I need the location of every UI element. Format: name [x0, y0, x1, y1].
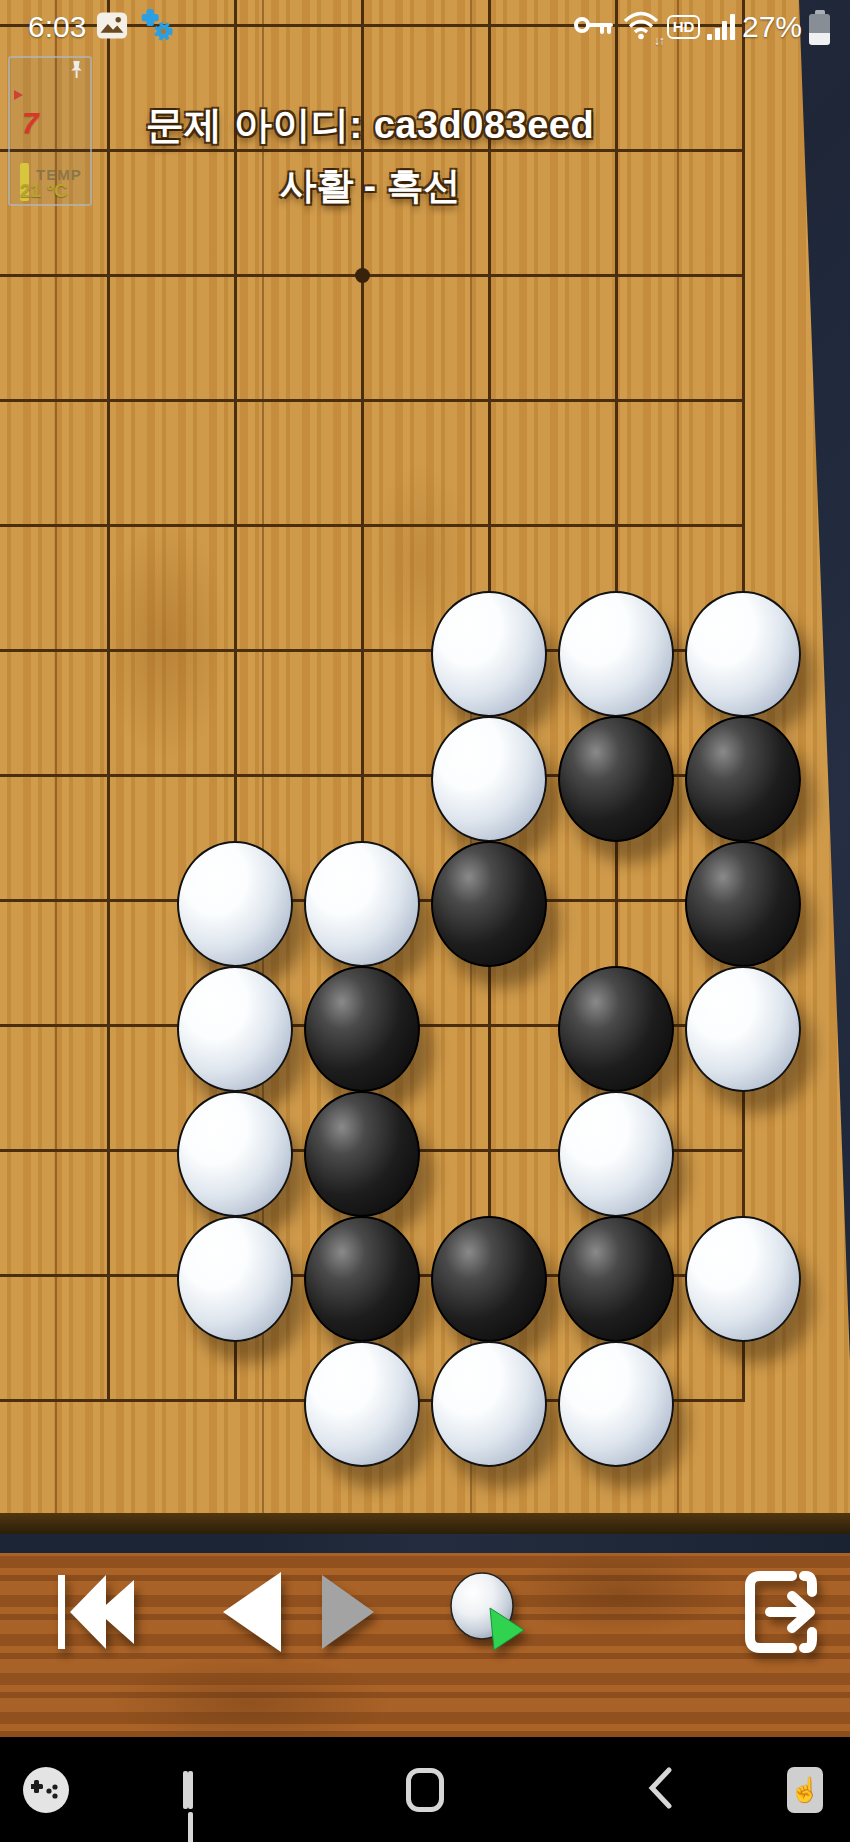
stone-black-T5 [685, 841, 801, 967]
step-back-button[interactable] [202, 1565, 298, 1661]
home-icon [406, 1768, 444, 1812]
battery-icon [809, 10, 830, 45]
stone-white-R7 [431, 591, 547, 717]
stone-white-P3 [177, 1091, 293, 1217]
gallery-icon [96, 12, 128, 43]
home-button[interactable] [390, 1737, 460, 1842]
back-chevron-icon [647, 1767, 673, 1812]
phone-screen: 문제 아이디: ca3d083eed 사활 - 흑선 7 TEMP 21 °C [0, 0, 850, 1842]
stone-white-S3 [558, 1091, 674, 1217]
stone-black-R5 [431, 841, 547, 967]
grid-hline [0, 274, 745, 277]
signal-icon [707, 14, 735, 40]
wifi-arrows: ↓↑ [654, 34, 664, 48]
star-point [355, 268, 370, 283]
stone-black-S4 [558, 966, 674, 1092]
alert-number: 7 [22, 106, 39, 140]
stone-white-R1 [431, 1341, 547, 1467]
blue-tools-icon [138, 7, 174, 47]
stone-black-S6 [558, 716, 674, 842]
back-button[interactable] [625, 1737, 695, 1842]
stone-white-P4 [177, 966, 293, 1092]
problem-type-text: 사활 - 흑선 [0, 161, 740, 211]
battery-percent-text: 27% [742, 10, 802, 44]
plank-seam [677, 0, 679, 1513]
pushpin-icon [69, 60, 84, 83]
stone-black-T6 [685, 716, 801, 842]
keyboard-switch-button[interactable]: ☝ [775, 1737, 835, 1842]
keyboard-hand-icon: ☝ [787, 1767, 823, 1813]
stone-black-Q2 [304, 1216, 420, 1342]
stone-white-P5 [177, 841, 293, 967]
game-tools-button[interactable] [16, 1737, 76, 1842]
recents-icon [183, 1771, 188, 1809]
exit-button[interactable] [732, 1565, 828, 1661]
table-gap [0, 1534, 850, 1553]
stone-white-P2 [177, 1216, 293, 1342]
alert-triangle-icon [14, 90, 23, 100]
step-forward-button[interactable] [299, 1565, 395, 1661]
problem-header: 문제 아이디: ca3d083eed 사활 - 흑선 [0, 100, 740, 211]
grid-hline [0, 399, 745, 402]
stone-white-T7 [685, 591, 801, 717]
overlay-widget[interactable]: 7 TEMP 21 °C [8, 56, 92, 206]
android-nav-bar: ☝ [0, 1737, 850, 1842]
recents-button[interactable] [150, 1737, 220, 1842]
board-edge-bevel [0, 1513, 850, 1534]
wifi-icon: ↓↑ [622, 10, 660, 44]
key-icon [573, 13, 615, 41]
app-toolbar [0, 1553, 850, 1737]
stone-black-Q3 [304, 1091, 420, 1217]
temp-value: 21 °C [20, 180, 68, 202]
grid-hline [0, 524, 745, 527]
clock-text: 6:03 [28, 10, 86, 44]
problem-id-text: 문제 아이디: ca3d083eed [0, 100, 740, 151]
game-controller-icon [23, 1767, 69, 1813]
stone-white-Q5 [304, 841, 420, 967]
play-stone-button[interactable] [442, 1565, 538, 1661]
triangle-right-icon [316, 1571, 378, 1656]
exit-arrow-icon [740, 1568, 820, 1659]
stone-black-S2 [558, 1216, 674, 1342]
stone-white-S1 [558, 1341, 674, 1467]
stone-black-R2 [431, 1216, 547, 1342]
triangle-left-icon [213, 1568, 287, 1659]
stone-white-T2 [685, 1216, 801, 1342]
plank-seam [55, 0, 57, 1513]
stone-black-Q4 [304, 966, 420, 1092]
stone-white-Q1 [304, 1341, 420, 1467]
stone-white-T4 [685, 966, 801, 1092]
status-bar: 6:03 [0, 0, 850, 55]
white-stone-green-play-icon [448, 1570, 532, 1657]
hd-badge: HD [667, 15, 701, 39]
go-board[interactable]: 문제 아이디: ca3d083eed 사활 - 흑선 7 TEMP 21 °C [0, 0, 850, 1513]
skip-to-start-icon [54, 1571, 140, 1656]
go-to-start-button[interactable] [49, 1565, 145, 1661]
stone-white-R6 [431, 716, 547, 842]
stone-white-S7 [558, 591, 674, 717]
